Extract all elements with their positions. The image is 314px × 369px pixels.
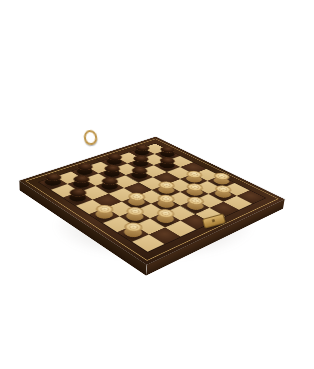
board-perspective-wrapper [52,90,253,291]
light-piece[interactable] [153,214,177,226]
board-squares [39,144,265,252]
board-tilt-wrapper [52,90,253,291]
photo-background [0,0,314,369]
